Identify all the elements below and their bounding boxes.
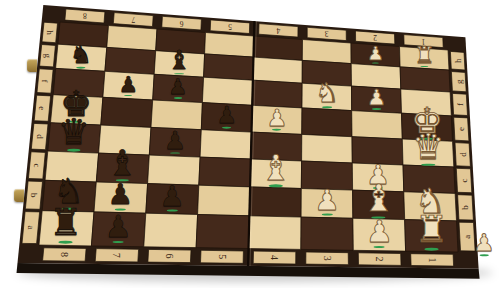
left-label-b: b bbox=[29, 193, 39, 198]
top-label-6: 6 bbox=[180, 19, 184, 28]
right-label-h: h bbox=[453, 58, 463, 63]
square-h7 bbox=[107, 26, 157, 51]
bottom-label-4: 4 bbox=[269, 255, 280, 260]
square-g6 bbox=[154, 51, 204, 77]
square-g1 bbox=[400, 67, 450, 92]
left-label-c: c bbox=[32, 163, 42, 167]
square-b6 bbox=[146, 184, 199, 215]
square-f1 bbox=[401, 89, 452, 116]
top-label-2: 2 bbox=[373, 33, 377, 42]
square-b2 bbox=[353, 190, 405, 220]
square-f2 bbox=[352, 86, 402, 113]
square-e7 bbox=[101, 97, 153, 127]
top-label-8: 8 bbox=[83, 11, 87, 20]
left-label-f: f bbox=[40, 80, 50, 83]
bottom-label-8: 8 bbox=[59, 252, 70, 257]
square-f4 bbox=[252, 80, 302, 108]
square-c5 bbox=[199, 157, 251, 187]
square-b8 bbox=[42, 180, 96, 212]
bottom-label-3: 3 bbox=[322, 256, 333, 261]
square-c3 bbox=[301, 161, 352, 190]
square-c7 bbox=[96, 153, 149, 184]
bottom-label-7: 7 bbox=[111, 253, 122, 258]
square-g8 bbox=[56, 44, 107, 71]
square-d4 bbox=[251, 132, 302, 161]
square-a3 bbox=[301, 217, 353, 250]
square-e8 bbox=[51, 95, 103, 125]
square-d8 bbox=[48, 123, 101, 153]
square-e6 bbox=[151, 100, 202, 130]
left-label-e: e bbox=[37, 106, 47, 110]
square-d5 bbox=[200, 130, 251, 159]
square-a2 bbox=[353, 218, 406, 251]
square-a7 bbox=[91, 212, 145, 247]
square-b4 bbox=[249, 187, 301, 217]
square-h3 bbox=[302, 40, 351, 64]
square-d1 bbox=[402, 139, 454, 167]
top-label-7: 7 bbox=[131, 15, 135, 24]
square-g5 bbox=[204, 54, 254, 80]
top-label-1: 1 bbox=[421, 37, 425, 46]
left-label-h: h bbox=[45, 30, 55, 35]
square-h1 bbox=[400, 47, 450, 71]
square-c8 bbox=[45, 151, 99, 182]
left-label-d: d bbox=[35, 134, 45, 139]
square-d3 bbox=[302, 134, 353, 163]
bottom-label-6: 6 bbox=[164, 254, 175, 259]
chess-board: 8877665544332211hhggffeeddccbbaa bbox=[0, 0, 500, 301]
square-e3 bbox=[302, 108, 352, 137]
right-label-a: a bbox=[462, 235, 472, 239]
square-e2 bbox=[352, 111, 403, 139]
square-h4 bbox=[254, 36, 303, 60]
brass-clasp-icon bbox=[27, 59, 37, 72]
top-label-5: 5 bbox=[228, 22, 232, 31]
square-c1 bbox=[403, 165, 455, 193]
square-g2 bbox=[351, 64, 401, 90]
right-label-b: b bbox=[460, 205, 470, 210]
right-label-g: g bbox=[454, 79, 464, 84]
square-e5 bbox=[201, 103, 252, 133]
square-b1 bbox=[404, 192, 457, 221]
brass-clasp-icon bbox=[14, 189, 24, 202]
square-g7 bbox=[105, 47, 156, 74]
right-label-e: e bbox=[456, 127, 466, 131]
square-h6 bbox=[156, 29, 206, 54]
top-label-3: 3 bbox=[325, 29, 329, 38]
square-h5 bbox=[205, 33, 254, 58]
square-b5 bbox=[198, 185, 251, 216]
square-f7 bbox=[103, 71, 154, 100]
left-label-a: a bbox=[26, 226, 36, 230]
square-a4 bbox=[249, 216, 302, 250]
square-g3 bbox=[302, 60, 351, 86]
square-h8 bbox=[58, 22, 109, 47]
square-g4 bbox=[253, 57, 302, 83]
right-label-d: d bbox=[458, 152, 468, 157]
right-label-c: c bbox=[459, 179, 469, 183]
chess-set-photo: 8877665544332211hhggffeeddccbbaa ♟♜♞♝♟♟♞… bbox=[0, 0, 500, 301]
square-a5 bbox=[196, 215, 249, 249]
square-a8 bbox=[39, 211, 94, 246]
square-e1 bbox=[402, 113, 453, 141]
square-f5 bbox=[202, 77, 253, 105]
square-a6 bbox=[144, 213, 198, 247]
square-d6 bbox=[149, 127, 201, 157]
bottom-label-2: 2 bbox=[374, 257, 385, 262]
square-b3 bbox=[301, 189, 353, 219]
square-c2 bbox=[352, 163, 404, 192]
square-h2 bbox=[351, 43, 400, 67]
square-f3 bbox=[302, 83, 352, 110]
bottom-label-5: 5 bbox=[217, 254, 228, 259]
square-f8 bbox=[53, 68, 105, 97]
square-a1 bbox=[405, 220, 458, 252]
right-label-f: f bbox=[455, 103, 465, 106]
bottom-label-1: 1 bbox=[427, 257, 438, 262]
square-d2 bbox=[352, 137, 403, 165]
square-c4 bbox=[250, 159, 302, 189]
left-label-g: g bbox=[43, 53, 53, 58]
square-d7 bbox=[99, 125, 151, 155]
square-e4 bbox=[252, 105, 303, 134]
top-label-4: 4 bbox=[276, 26, 280, 35]
square-c6 bbox=[148, 155, 201, 185]
square-f6 bbox=[153, 74, 204, 102]
square-b7 bbox=[94, 182, 148, 213]
